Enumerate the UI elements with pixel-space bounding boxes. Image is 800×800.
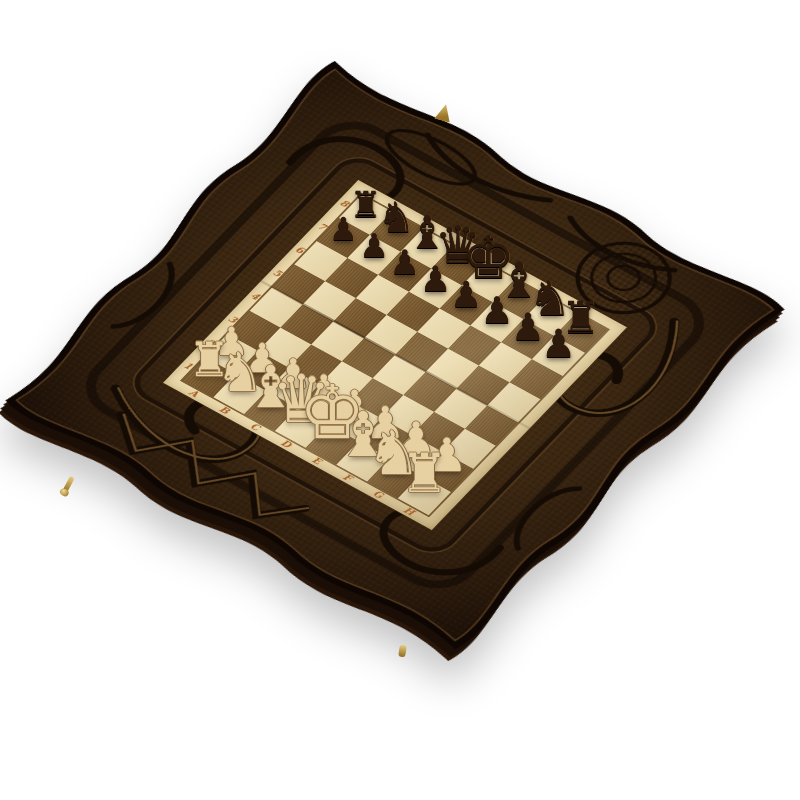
black-pawn-b7[interactable]: ♟ (359, 226, 389, 265)
file-label-b: B (218, 405, 232, 416)
file-label-h: H (402, 505, 417, 516)
file-label-a: A (187, 388, 200, 399)
black-pawn-g7[interactable]: ♟ (511, 305, 545, 349)
carved-chess-box: ABCDEFGH 12345678 (0, 44, 800, 666)
black-pawn-f7[interactable]: ♟ (480, 289, 513, 332)
file-label-e: E (310, 455, 323, 465)
product-photo: ABCDEFGH 12345678 ♜♞♝♛♚♝♞♜♟♟♟♟♟♟♟♟♟♟♟♟♟♟… (0, 0, 800, 800)
black-pawn-d7[interactable]: ♟ (420, 259, 451, 299)
white-rook-h1[interactable]: ♜ (400, 442, 448, 505)
file-label-g: G (371, 489, 385, 500)
black-pawn-e7[interactable]: ♟ (450, 274, 482, 315)
file-label-c: C (249, 421, 263, 432)
black-pawn-a7[interactable]: ♟ (329, 210, 358, 248)
file-label-d: D (279, 438, 293, 449)
black-pawn-h7[interactable]: ♟ (541, 321, 576, 366)
black-pawn-c7[interactable]: ♟ (389, 242, 419, 282)
file-label-f: F (341, 472, 354, 482)
